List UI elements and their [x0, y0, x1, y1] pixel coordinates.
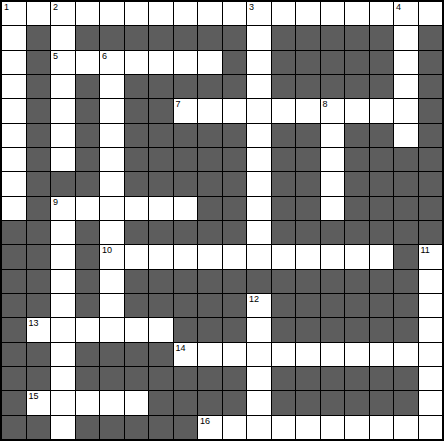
cell-r1c17-block — [419, 26, 443, 49]
cell-r11c2-open[interactable] — [51, 270, 75, 293]
cell-r5c15-block — [370, 124, 394, 147]
cell-r9c2-open[interactable] — [51, 221, 75, 244]
clue-number-9: 9 — [53, 198, 58, 207]
cell-r16c17-open[interactable] — [419, 391, 443, 414]
cell-r7c13-open[interactable] — [321, 172, 345, 195]
cell-r10c13-open[interactable] — [321, 245, 345, 268]
clue-number-2: 2 — [53, 3, 58, 12]
cell-r12c4-open[interactable] — [100, 294, 124, 317]
cell-r2c17-block — [419, 51, 443, 74]
cell-r7c2-block — [51, 172, 75, 195]
cell-r6c16-block — [394, 148, 418, 171]
cell-r14c11-open[interactable] — [272, 343, 296, 366]
cell-r7c5-block — [125, 172, 149, 195]
cell-r6c11-block — [272, 148, 296, 171]
cell-r15c17-open[interactable] — [419, 367, 443, 390]
cell-r15c10-open[interactable] — [247, 367, 271, 390]
cell-r1c8-block — [198, 26, 222, 49]
cell-r1c11-block — [272, 26, 296, 49]
cell-r13c16-block — [394, 318, 418, 341]
cell-r12c11-block — [272, 294, 296, 317]
cell-r2c6-open[interactable] — [149, 51, 173, 74]
cell-r9c12-block — [296, 221, 320, 244]
cell-r3c8-block — [198, 75, 222, 98]
cell-r7c7-block — [174, 172, 198, 195]
cell-r16c10-open[interactable] — [247, 391, 271, 414]
cell-r8c14-block — [345, 197, 369, 220]
cell-r4c6-block — [149, 99, 173, 122]
cell-r5c0-open[interactable] — [2, 124, 26, 147]
cell-r2c14-block — [345, 51, 369, 74]
cell-r13c7-block — [174, 318, 198, 341]
cell-r15c6-block — [149, 367, 173, 390]
cell-r1c12-block — [296, 26, 320, 49]
cell-r13c10-open[interactable] — [247, 318, 271, 341]
cell-r14c6-block — [149, 343, 173, 366]
cell-r16c15-block — [370, 391, 394, 414]
cell-r3c2-open[interactable] — [51, 75, 75, 98]
cell-r8c6-open[interactable] — [149, 197, 173, 220]
clue-number-7: 7 — [176, 100, 181, 109]
cell-r12c3-block — [76, 294, 100, 317]
cell-r7c9-block — [223, 172, 247, 195]
cell-r17c4-block — [100, 416, 124, 439]
cell-r17c8-open[interactable]: 16 — [198, 416, 222, 439]
cell-r1c5-block — [125, 26, 149, 49]
cell-r3c1-block — [27, 75, 51, 98]
cell-r6c13-open[interactable] — [321, 148, 345, 171]
cell-r11c8-block — [198, 270, 222, 293]
cell-r9c3-block — [76, 221, 100, 244]
cell-r14c10-open[interactable] — [247, 343, 271, 366]
clue-number-14: 14 — [176, 344, 186, 353]
cell-r0c7-open[interactable] — [174, 2, 198, 25]
cell-r6c3-block — [76, 148, 100, 171]
cell-r16c3-open[interactable] — [76, 391, 100, 414]
cell-r14c15-open[interactable] — [370, 343, 394, 366]
cell-r6c10-open[interactable] — [247, 148, 271, 171]
cell-r17c6-block — [149, 416, 173, 439]
cell-r0c3-open[interactable] — [76, 2, 100, 25]
cell-r0c12-open[interactable] — [296, 2, 320, 25]
crossword-page: 12345678910111213141516 — [0, 0, 444, 441]
cell-r13c1-open[interactable]: 13 — [27, 318, 51, 341]
cell-r3c4-open[interactable] — [100, 75, 124, 98]
cell-r14c9-open[interactable] — [223, 343, 247, 366]
cell-r3c3-block — [76, 75, 100, 98]
cell-r7c10-open[interactable] — [247, 172, 271, 195]
cell-r3c7-block — [174, 75, 198, 98]
cell-r16c12-block — [296, 391, 320, 414]
cell-r3c15-block — [370, 75, 394, 98]
cell-r1c13-block — [321, 26, 345, 49]
cell-r10c11-open[interactable] — [272, 245, 296, 268]
cell-r16c9-block — [223, 391, 247, 414]
cell-r5c3-block — [76, 124, 100, 147]
cell-r16c8-block — [198, 391, 222, 414]
cell-r17c14-open[interactable] — [345, 416, 369, 439]
cell-r16c2-open[interactable] — [51, 391, 75, 414]
cell-r2c4-open[interactable]: 6 — [100, 51, 124, 74]
cell-r10c17-open[interactable]: 11 — [419, 245, 443, 268]
cell-r4c11-open[interactable] — [272, 99, 296, 122]
cell-r0c15-open[interactable] — [370, 2, 394, 25]
cell-r6c1-block — [27, 148, 51, 171]
cell-r4c15-open[interactable] — [370, 99, 394, 122]
cell-r15c12-block — [296, 367, 320, 390]
cell-r2c8-open[interactable] — [198, 51, 222, 74]
cell-r4c10-open[interactable] — [247, 99, 271, 122]
cell-r9c16-block — [394, 221, 418, 244]
cell-r4c2-open[interactable] — [51, 99, 75, 122]
cell-r4c3-block — [76, 99, 100, 122]
cell-r11c13-block — [321, 270, 345, 293]
cell-r10c12-open[interactable] — [296, 245, 320, 268]
cell-r13c9-block — [223, 318, 247, 341]
cell-r12c17-open[interactable] — [419, 294, 443, 317]
cell-r7c0-open[interactable] — [2, 172, 26, 195]
clue-number-4: 4 — [396, 3, 401, 12]
cell-r11c4-open[interactable] — [100, 270, 124, 293]
cell-r8c17-block — [419, 197, 443, 220]
cell-r5c6-block — [149, 124, 173, 147]
cell-r0c14-open[interactable] — [345, 2, 369, 25]
cell-r2c9-block — [223, 51, 247, 74]
cell-r2c13-block — [321, 51, 345, 74]
cell-r4c12-open[interactable] — [296, 99, 320, 122]
cell-r8c7-open[interactable] — [174, 197, 198, 220]
cell-r5c7-block — [174, 124, 198, 147]
cell-r15c2-open[interactable] — [51, 367, 75, 390]
cell-r0c13-open[interactable] — [321, 2, 345, 25]
cell-r8c10-open[interactable] — [247, 197, 271, 220]
cell-r6c15-block — [370, 148, 394, 171]
cell-r10c9-open[interactable] — [223, 245, 247, 268]
cell-r8c16-block — [394, 197, 418, 220]
cell-r14c2-open[interactable] — [51, 343, 75, 366]
cell-r4c17-block — [419, 99, 443, 122]
cell-r17c10-open[interactable] — [247, 416, 271, 439]
cell-r12c2-open[interactable] — [51, 294, 75, 317]
cell-r14c5-block — [125, 343, 149, 366]
cell-r13c15-block — [370, 318, 394, 341]
cell-r8c0-open[interactable] — [2, 197, 26, 220]
cell-r8c15-block — [370, 197, 394, 220]
cell-r9c15-block — [370, 221, 394, 244]
cell-r15c0-block — [2, 367, 26, 390]
cell-r3c12-block — [296, 75, 320, 98]
cell-r12c9-block — [223, 294, 247, 317]
cell-r12c15-block — [370, 294, 394, 317]
cell-r13c13-block — [321, 318, 345, 341]
cell-r0c8-open[interactable] — [198, 2, 222, 25]
cell-r17c5-block — [125, 416, 149, 439]
cell-r8c4-open[interactable] — [100, 197, 124, 220]
cell-r14c0-block — [2, 343, 26, 366]
cell-r17c13-open[interactable] — [321, 416, 345, 439]
cell-r4c13-open[interactable]: 8 — [321, 99, 345, 122]
cell-r9c0-block — [2, 221, 26, 244]
cell-r9c1-block — [27, 221, 51, 244]
cell-r3c9-block — [223, 75, 247, 98]
cell-r2c7-open[interactable] — [174, 51, 198, 74]
cell-r17c11-open[interactable] — [272, 416, 296, 439]
cell-r15c9-block — [223, 367, 247, 390]
cell-r0c17-open[interactable] — [419, 2, 443, 25]
cell-r15c7-block — [174, 367, 198, 390]
clue-number-3: 3 — [249, 3, 254, 12]
cell-r8c13-open[interactable] — [321, 197, 345, 220]
cell-r0c1-open[interactable] — [27, 2, 51, 25]
cell-r5c11-block — [272, 124, 296, 147]
cell-r3c16-open[interactable] — [394, 75, 418, 98]
cell-r4c7-open[interactable]: 7 — [174, 99, 198, 122]
cell-r4c4-open[interactable] — [100, 99, 124, 122]
cell-r13c2-open[interactable] — [51, 318, 75, 341]
cell-r11c10-block — [247, 270, 271, 293]
cell-r6c17-block — [419, 148, 443, 171]
cell-r11c17-open[interactable] — [419, 270, 443, 293]
cell-r2c5-open[interactable] — [125, 51, 149, 74]
cell-r17c2-open[interactable] — [51, 416, 75, 439]
cell-r6c2-open[interactable] — [51, 148, 75, 171]
cell-r16c11-block — [272, 391, 296, 414]
clue-number-16: 16 — [200, 417, 210, 426]
cell-r2c11-block — [272, 51, 296, 74]
cell-r0c5-open[interactable] — [125, 2, 149, 25]
cell-r9c14-block — [345, 221, 369, 244]
cell-r13c0-block — [2, 318, 26, 341]
cell-r1c0-open[interactable] — [2, 26, 26, 49]
cell-r9c10-open[interactable] — [247, 221, 271, 244]
cell-r7c6-block — [149, 172, 173, 195]
cell-r5c17-block — [419, 124, 443, 147]
cell-r7c11-block — [272, 172, 296, 195]
cell-r17c16-open[interactable] — [394, 416, 418, 439]
cell-r10c15-open[interactable] — [370, 245, 394, 268]
cell-r4c9-open[interactable] — [223, 99, 247, 122]
cell-r9c13-block — [321, 221, 345, 244]
cell-r8c8-block — [198, 197, 222, 220]
cell-r8c11-block — [272, 197, 296, 220]
cell-r16c4-open[interactable] — [100, 391, 124, 414]
cell-r2c2-open[interactable]: 5 — [51, 51, 75, 74]
cell-r0c16-open[interactable]: 4 — [394, 2, 418, 25]
crossword-board: 12345678910111213141516 — [0, 0, 444, 441]
cell-r1c15-block — [370, 26, 394, 49]
cell-r12c10-open[interactable]: 12 — [247, 294, 271, 317]
cell-r4c0-open[interactable] — [2, 99, 26, 122]
cell-r1c7-block — [174, 26, 198, 49]
cell-r16c5-open[interactable] — [125, 391, 149, 414]
cell-r11c7-block — [174, 270, 198, 293]
cell-r6c9-block — [223, 148, 247, 171]
cell-r10c6-open[interactable] — [149, 245, 173, 268]
cell-r17c1-block — [27, 416, 51, 439]
cell-r16c16-block — [394, 391, 418, 414]
cell-r10c14-open[interactable] — [345, 245, 369, 268]
cell-r10c0-block — [2, 245, 26, 268]
cell-r15c1-block — [27, 367, 51, 390]
cell-r7c17-block — [419, 172, 443, 195]
cell-r3c0-open[interactable] — [2, 75, 26, 98]
cell-r3c6-block — [149, 75, 173, 98]
cell-r16c14-block — [345, 391, 369, 414]
cell-r17c9-open[interactable] — [223, 416, 247, 439]
clue-number-13: 13 — [29, 319, 39, 328]
cell-r11c15-block — [370, 270, 394, 293]
cell-r10c10-open[interactable] — [247, 245, 271, 268]
cell-r5c5-block — [125, 124, 149, 147]
cell-r14c16-open[interactable] — [394, 343, 418, 366]
cell-r0c9-open[interactable] — [223, 2, 247, 25]
cell-r7c4-open[interactable] — [100, 172, 124, 195]
cell-r4c14-open[interactable] — [345, 99, 369, 122]
cell-r9c6-block — [149, 221, 173, 244]
cell-r7c12-block — [296, 172, 320, 195]
cell-r6c12-block — [296, 148, 320, 171]
cell-r15c3-block — [76, 367, 100, 390]
clue-number-6: 6 — [102, 52, 107, 61]
cell-r10c4-open[interactable]: 10 — [100, 245, 124, 268]
clue-number-11: 11 — [421, 246, 430, 255]
cell-r7c3-block — [76, 172, 100, 195]
cell-r10c7-open[interactable] — [174, 245, 198, 268]
cell-r15c11-block — [272, 367, 296, 390]
cell-r5c13-open[interactable] — [321, 124, 345, 147]
cell-r7c8-block — [198, 172, 222, 195]
cell-r13c4-open[interactable] — [100, 318, 124, 341]
cell-r12c16-block — [394, 294, 418, 317]
cell-r13c5-open[interactable] — [125, 318, 149, 341]
cell-r6c7-block — [174, 148, 198, 171]
cell-r9c17-block — [419, 221, 443, 244]
cell-r14c4-block — [100, 343, 124, 366]
cell-r1c16-open[interactable] — [394, 26, 418, 49]
cell-r6c5-block — [125, 148, 149, 171]
cell-r4c8-open[interactable] — [198, 99, 222, 122]
cell-r10c8-open[interactable] — [198, 245, 222, 268]
cell-r0c2-open[interactable]: 2 — [51, 2, 75, 25]
cell-r3c17-block — [419, 75, 443, 98]
cell-r15c4-block — [100, 367, 124, 390]
cell-r1c2-open[interactable] — [51, 26, 75, 49]
cell-r6c0-open[interactable] — [2, 148, 26, 171]
cell-r10c3-block — [76, 245, 100, 268]
cell-r16c6-block — [149, 391, 173, 414]
cell-r16c0-block — [2, 391, 26, 414]
cell-r11c16-block — [394, 270, 418, 293]
cell-r13c17-open[interactable] — [419, 318, 443, 341]
cell-r5c14-block — [345, 124, 369, 147]
cell-r14c8-open[interactable] — [198, 343, 222, 366]
cell-r4c16-open[interactable] — [394, 99, 418, 122]
cell-r8c9-block — [223, 197, 247, 220]
cell-r17c12-open[interactable] — [296, 416, 320, 439]
cell-r0c10-open[interactable]: 3 — [247, 2, 271, 25]
cell-r1c9-block — [223, 26, 247, 49]
cell-r15c13-block — [321, 367, 345, 390]
cell-r16c7-block — [174, 391, 198, 414]
cell-r14c13-open[interactable] — [321, 343, 345, 366]
cell-r2c16-open[interactable] — [394, 51, 418, 74]
cell-r14c12-open[interactable] — [296, 343, 320, 366]
cell-r5c2-open[interactable] — [51, 124, 75, 147]
cell-r6c4-open[interactable] — [100, 148, 124, 171]
cell-r5c1-block — [27, 124, 51, 147]
cell-r13c8-block — [198, 318, 222, 341]
cell-r14c17-open[interactable] — [419, 343, 443, 366]
cell-r4c5-block — [125, 99, 149, 122]
clue-number-10: 10 — [102, 246, 112, 255]
cell-r8c1-block — [27, 197, 51, 220]
cell-r5c16-open[interactable] — [394, 124, 418, 147]
cell-r7c1-block — [27, 172, 51, 195]
cell-r13c12-block — [296, 318, 320, 341]
cell-r14c14-open[interactable] — [345, 343, 369, 366]
cell-r8c5-open[interactable] — [125, 197, 149, 220]
cell-r2c10-open[interactable] — [247, 51, 271, 74]
cell-r11c14-block — [345, 270, 369, 293]
cell-r1c1-block — [27, 26, 51, 49]
cell-r14c7-open[interactable]: 14 — [174, 343, 198, 366]
cell-r13c11-block — [272, 318, 296, 341]
cell-r6c6-block — [149, 148, 173, 171]
cell-r16c1-open[interactable]: 15 — [27, 391, 51, 414]
cell-r3c5-block — [125, 75, 149, 98]
cell-r17c17-open[interactable] — [419, 416, 443, 439]
cell-r0c0-open[interactable]: 1 — [2, 2, 26, 25]
cell-r8c2-open[interactable]: 9 — [51, 197, 75, 220]
cell-r13c6-open[interactable] — [149, 318, 173, 341]
cell-r12c1-block — [27, 294, 51, 317]
cell-r2c1-block — [27, 51, 51, 74]
cell-r5c8-block — [198, 124, 222, 147]
cell-r6c14-block — [345, 148, 369, 171]
cell-r17c15-open[interactable] — [370, 416, 394, 439]
cell-r13c3-open[interactable] — [76, 318, 100, 341]
cell-r0c11-open[interactable] — [272, 2, 296, 25]
cell-r2c3-open[interactable] — [76, 51, 100, 74]
cell-r12c5-block — [125, 294, 149, 317]
cell-r11c0-block — [2, 270, 26, 293]
cell-r9c9-block — [223, 221, 247, 244]
clue-number-12: 12 — [249, 295, 259, 304]
cell-r9c11-block — [272, 221, 296, 244]
cell-r2c12-block — [296, 51, 320, 74]
cell-r12c6-block — [149, 294, 173, 317]
cell-r8c3-open[interactable] — [76, 197, 100, 220]
cell-r9c8-block — [198, 221, 222, 244]
cell-r5c10-open[interactable] — [247, 124, 271, 147]
cell-r9c4-open[interactable] — [100, 221, 124, 244]
cell-r17c7-block — [174, 416, 198, 439]
cell-r2c0-open[interactable] — [2, 51, 26, 74]
cell-r12c0-block — [2, 294, 26, 317]
cell-r10c2-open[interactable] — [51, 245, 75, 268]
cell-r16c13-block — [321, 391, 345, 414]
cell-r9c5-block — [125, 221, 149, 244]
cell-r14c3-block — [76, 343, 100, 366]
cell-r3c11-block — [272, 75, 296, 98]
cell-r12c12-block — [296, 294, 320, 317]
cell-r10c5-open[interactable] — [125, 245, 149, 268]
cell-r3c10-open[interactable] — [247, 75, 271, 98]
cell-r0c6-open[interactable] — [149, 2, 173, 25]
cell-r5c4-open[interactable] — [100, 124, 124, 147]
cell-r1c10-open[interactable] — [247, 26, 271, 49]
cell-r0c4-open[interactable] — [100, 2, 124, 25]
